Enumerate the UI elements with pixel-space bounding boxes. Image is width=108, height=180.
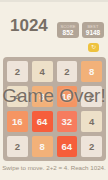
tile-r4c1-value-2: 2: [7, 136, 28, 157]
tile-r3c1-value-16: 16: [7, 111, 28, 132]
score-box: SCORE 852: [57, 22, 79, 38]
tile-board[interactable]: 242848162166432428642: [3, 57, 106, 161]
game-title: 1024: [10, 16, 48, 36]
tile-r1c3-value-2: 2: [57, 61, 78, 82]
tile-r1c1-value-2: 2: [7, 61, 28, 82]
refresh-icon: ↻: [91, 43, 96, 52]
top-edge-strip: [0, 0, 108, 2]
tile-r4c3-value-64: 64: [57, 136, 78, 157]
footer-hint: Swipe to move. 2+2 = 4. Reach 1024.: [0, 164, 108, 171]
score-value: 852: [63, 29, 74, 36]
tile-r1c4-value-8: 8: [81, 61, 102, 82]
game-over-message: Game Over!: [0, 85, 108, 107]
new-game-button[interactable]: ↻: [88, 43, 99, 52]
tile-r4c4-value-2: 2: [81, 136, 102, 157]
tile-r3c3-value-32: 32: [57, 111, 78, 132]
tile-r1c2-value-4: 4: [32, 61, 53, 82]
tile-r3c4-value-4: 4: [81, 111, 102, 132]
best-value: 9148: [86, 29, 100, 36]
tile-r4c2-value-8: 8: [32, 136, 53, 157]
best-score-box: BEST 9148: [82, 22, 104, 38]
tile-r3c2-value-64: 64: [32, 111, 53, 132]
